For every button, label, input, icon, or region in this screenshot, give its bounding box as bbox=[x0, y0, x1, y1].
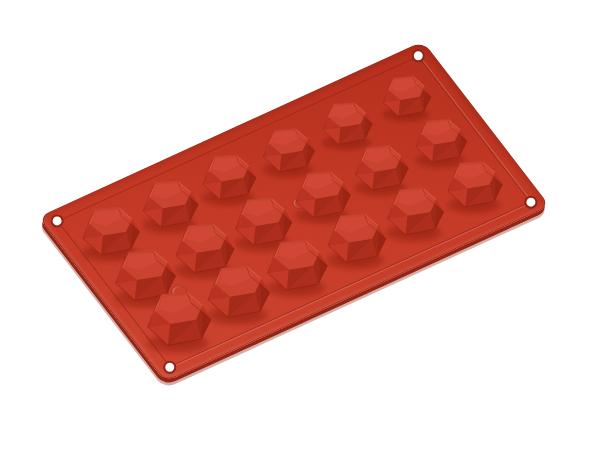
hanging-hole-opening bbox=[53, 216, 62, 225]
hanging-hole-opening bbox=[165, 363, 174, 372]
gem-cavity-icon bbox=[141, 288, 214, 359]
silicone-mold bbox=[38, 41, 550, 382]
gem-cavity-icon bbox=[382, 183, 447, 246]
gem-cavity-icon bbox=[322, 209, 389, 274]
hanging-hole-opening bbox=[526, 198, 535, 207]
gem-cavity-icon bbox=[442, 157, 505, 218]
product-photo bbox=[0, 0, 600, 450]
hanging-hole-opening bbox=[414, 51, 423, 60]
